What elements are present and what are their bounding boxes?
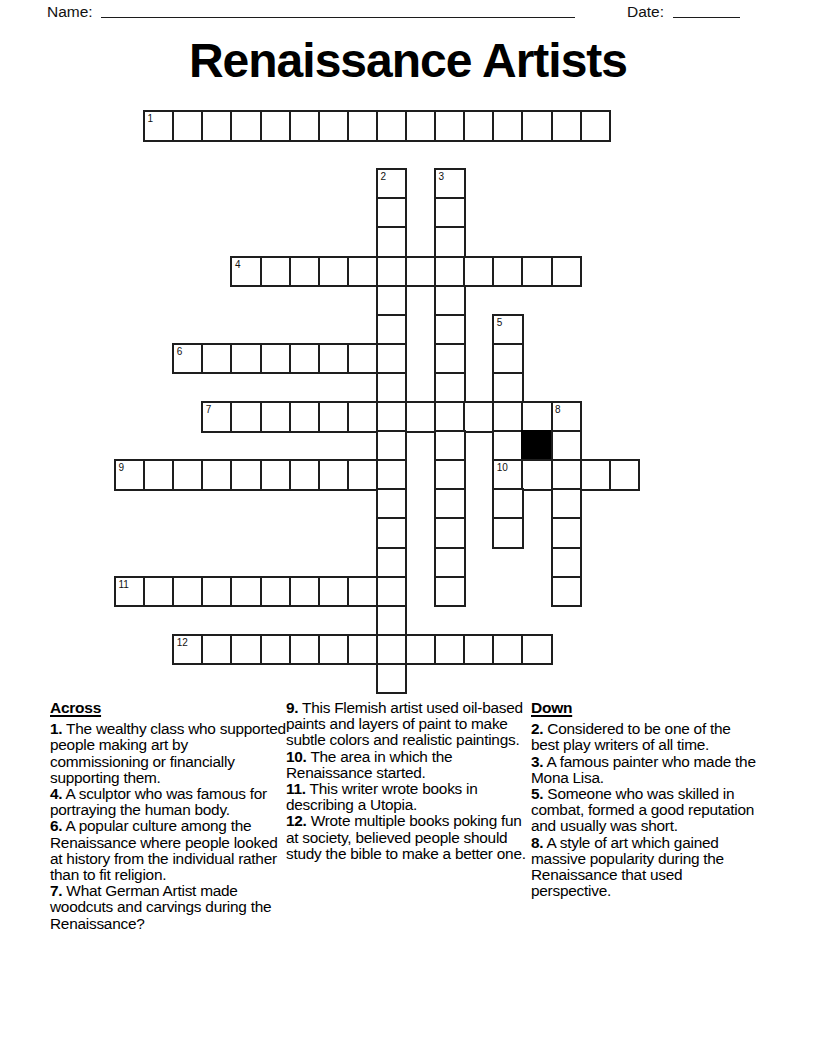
crossword-grid: 123456789101112 bbox=[114, 110, 641, 695]
grid-cell[interactable] bbox=[143, 459, 175, 491]
grid-cell[interactable] bbox=[376, 110, 408, 142]
grid-cell[interactable] bbox=[318, 256, 350, 288]
grid-cell[interactable] bbox=[405, 634, 437, 666]
cell-number-10: 10 bbox=[497, 463, 508, 473]
grid-cell[interactable] bbox=[492, 256, 524, 288]
grid-cell[interactable] bbox=[492, 488, 524, 520]
grid-cell[interactable] bbox=[347, 110, 379, 142]
grid-cell[interactable] bbox=[376, 343, 408, 375]
grid-cell[interactable] bbox=[580, 110, 612, 142]
grid-cell[interactable] bbox=[260, 634, 292, 666]
grid-cell[interactable] bbox=[376, 488, 408, 520]
grid-cell[interactable] bbox=[230, 401, 262, 433]
date-blank-line[interactable] bbox=[673, 3, 740, 18]
grid-cell[interactable] bbox=[463, 634, 495, 666]
cell-number-5: 5 bbox=[497, 318, 503, 328]
grid-cell[interactable] bbox=[289, 576, 321, 608]
grid-cell[interactable] bbox=[201, 343, 233, 375]
page-title: Renaissance Artists bbox=[0, 33, 816, 88]
across-clue-9: 9. This Flemish artist used oil-based pa… bbox=[286, 700, 526, 749]
across-clue-11: 11. This writer wrote books in describin… bbox=[286, 781, 526, 813]
grid-cell[interactable] bbox=[492, 517, 524, 549]
grid-cell[interactable] bbox=[376, 517, 408, 549]
clue-number: 8. bbox=[531, 834, 543, 851]
name-label: Name: bbox=[47, 3, 93, 21]
grid-cell[interactable] bbox=[551, 256, 583, 288]
cell-number-11: 11 bbox=[119, 580, 129, 590]
grid-cell[interactable] bbox=[492, 634, 524, 666]
grid-cell[interactable] bbox=[463, 110, 495, 142]
grid-cell[interactable] bbox=[347, 343, 379, 375]
down-clue-8: 8. A style of art which gained massive p… bbox=[531, 835, 761, 900]
across-clue-7: 7. What German Artist made woodcuts and … bbox=[50, 883, 290, 932]
down-heading: Down bbox=[531, 700, 761, 716]
grid-cell[interactable] bbox=[376, 576, 408, 608]
grid-cell[interactable] bbox=[289, 459, 321, 491]
grid-cell[interactable] bbox=[521, 256, 553, 288]
grid-cell[interactable] bbox=[434, 517, 466, 549]
grid-cell[interactable] bbox=[376, 605, 408, 637]
grid-cell[interactable] bbox=[434, 634, 466, 666]
name-blank-line[interactable] bbox=[101, 3, 575, 18]
grid-cell[interactable] bbox=[376, 256, 408, 288]
grid-cell[interactable] bbox=[376, 226, 408, 258]
grid-cell[interactable] bbox=[376, 663, 408, 695]
grid-cell[interactable] bbox=[492, 372, 524, 404]
grid-cell[interactable] bbox=[230, 343, 262, 375]
grid-cell[interactable] bbox=[201, 459, 233, 491]
grid-cell[interactable] bbox=[230, 634, 262, 666]
grid-cell[interactable] bbox=[521, 110, 553, 142]
clue-number: 2. bbox=[531, 720, 543, 737]
grid-cell[interactable] bbox=[434, 372, 466, 404]
grid-cell[interactable] bbox=[434, 197, 466, 229]
across-clue-6: 6. A popular culture among the Renaissan… bbox=[50, 818, 290, 883]
grid-cell[interactable] bbox=[318, 459, 350, 491]
grid-cell[interactable] bbox=[260, 459, 292, 491]
grid-cell[interactable] bbox=[434, 285, 466, 317]
down-clue-2: 2. Considered to be one of the best play… bbox=[531, 721, 761, 753]
cell-number-7: 7 bbox=[206, 405, 212, 415]
grid-cell[interactable] bbox=[434, 488, 466, 520]
grid-cell[interactable] bbox=[347, 634, 379, 666]
grid-cell[interactable] bbox=[318, 343, 350, 375]
worksheet-page: { "header": { "name_label": "Name:", "da… bbox=[0, 0, 816, 1056]
across-clues-list-2: 9. This Flemish artist used oil-based pa… bbox=[286, 700, 526, 862]
clues-column-down: Down 2. Considered to be one of the best… bbox=[531, 700, 761, 899]
clues-column-across-continued: 9. This Flemish artist used oil-based pa… bbox=[286, 700, 526, 862]
grid-cell[interactable] bbox=[551, 547, 583, 579]
across-clues-list-1: 1. The wealthy class who supported peopl… bbox=[50, 721, 290, 932]
cell-number-3: 3 bbox=[439, 172, 445, 182]
grid-cell[interactable] bbox=[260, 110, 292, 142]
clue-number: 5. bbox=[531, 785, 543, 802]
clues-column-across: Across 1. The wealthy class who supporte… bbox=[50, 700, 290, 932]
grid-cell[interactable] bbox=[405, 256, 437, 288]
grid-cell[interactable] bbox=[347, 401, 379, 433]
grid-cell[interactable] bbox=[463, 256, 495, 288]
clue-number: 11. bbox=[286, 780, 306, 797]
grid-cell[interactable] bbox=[434, 459, 466, 491]
grid-cell[interactable] bbox=[580, 459, 612, 491]
grid-cell[interactable] bbox=[376, 314, 408, 346]
grid-cell[interactable] bbox=[289, 401, 321, 433]
grid-cell[interactable] bbox=[609, 459, 641, 491]
clue-number: 7. bbox=[50, 882, 62, 899]
grid-cell[interactable] bbox=[230, 576, 262, 608]
across-clue-1: 1. The wealthy class who supported peopl… bbox=[50, 721, 290, 786]
clue-number: 9. bbox=[286, 699, 298, 716]
grid-cell[interactable] bbox=[230, 110, 262, 142]
grid-cell[interactable] bbox=[551, 110, 583, 142]
grid-cell[interactable] bbox=[172, 459, 204, 491]
grid-cell[interactable] bbox=[434, 226, 466, 258]
grid-cell[interactable] bbox=[551, 430, 583, 462]
grid-cell[interactable] bbox=[492, 110, 524, 142]
grid-cell[interactable] bbox=[347, 459, 379, 491]
grid-cell[interactable] bbox=[260, 401, 292, 433]
cell-number-9: 9 bbox=[119, 463, 125, 473]
across-clue-4: 4. A sculptor who was famous for portray… bbox=[50, 786, 290, 818]
grid-cell[interactable] bbox=[289, 110, 321, 142]
grid-cell[interactable] bbox=[434, 110, 466, 142]
across-clue-10: 10. The area in which the Renaissance st… bbox=[286, 749, 526, 781]
grid-cell[interactable] bbox=[521, 401, 553, 433]
grid-cell[interactable] bbox=[260, 576, 292, 608]
clue-number: 3. bbox=[531, 753, 543, 770]
grid-cell[interactable] bbox=[318, 401, 350, 433]
grid-cell[interactable] bbox=[376, 430, 408, 462]
grid-cell[interactable] bbox=[434, 576, 466, 608]
grid-cell[interactable] bbox=[376, 197, 408, 229]
grid-cell[interactable] bbox=[492, 401, 524, 433]
grid-cell[interactable] bbox=[492, 430, 524, 462]
clue-number: 12. bbox=[286, 812, 307, 829]
down-clue-5: 5. Someone who was skilled in combat, fo… bbox=[531, 786, 761, 835]
grid-cell[interactable] bbox=[434, 547, 466, 579]
grid-cell[interactable] bbox=[260, 343, 292, 375]
grid-cell[interactable] bbox=[260, 256, 292, 288]
cell-number-4: 4 bbox=[235, 260, 241, 270]
cell-number-1: 1 bbox=[148, 114, 154, 124]
grid-cell[interactable] bbox=[318, 634, 350, 666]
grid-cell[interactable] bbox=[551, 488, 583, 520]
grid-cell[interactable] bbox=[492, 343, 524, 375]
grid-cell[interactable] bbox=[521, 459, 553, 491]
grid-cell[interactable] bbox=[201, 576, 233, 608]
across-heading: Across bbox=[50, 700, 290, 716]
grid-cell[interactable] bbox=[521, 634, 553, 666]
cell-number-2: 2 bbox=[380, 172, 386, 182]
cell-number-8: 8 bbox=[555, 405, 561, 415]
grid-cell[interactable] bbox=[376, 285, 408, 317]
cell-number-6: 6 bbox=[177, 347, 183, 357]
down-clue-3: 3. A famous painter who made the Mona Li… bbox=[531, 754, 761, 786]
grid-cell[interactable] bbox=[172, 110, 204, 142]
grid-cell[interactable] bbox=[405, 110, 437, 142]
grid-cell[interactable] bbox=[201, 110, 233, 142]
grid-cell[interactable] bbox=[376, 401, 408, 433]
grid-cell[interactable] bbox=[172, 576, 204, 608]
grid-cell[interactable] bbox=[434, 401, 466, 433]
grid-cell[interactable] bbox=[376, 372, 408, 404]
grid-cell[interactable] bbox=[376, 459, 408, 491]
grid-cell[interactable] bbox=[551, 576, 583, 608]
grid-cell[interactable] bbox=[230, 459, 262, 491]
cell-number-12: 12 bbox=[177, 638, 188, 648]
grid-cell[interactable] bbox=[318, 110, 350, 142]
grid-cell[interactable] bbox=[434, 314, 466, 346]
clue-number: 10. bbox=[286, 748, 307, 765]
date-label: Date: bbox=[627, 3, 664, 21]
grid-cell[interactable] bbox=[434, 343, 466, 375]
down-clues-list: 2. Considered to be one of the best play… bbox=[531, 721, 761, 899]
grid-cell[interactable] bbox=[289, 634, 321, 666]
grid-cell[interactable] bbox=[434, 430, 466, 462]
clue-number: 4. bbox=[50, 785, 62, 802]
grid-cell[interactable] bbox=[143, 576, 175, 608]
grid-cell[interactable] bbox=[289, 343, 321, 375]
grid-cell[interactable] bbox=[551, 517, 583, 549]
grid-cell[interactable] bbox=[318, 576, 350, 608]
grid-cell[interactable] bbox=[376, 547, 408, 579]
grid-cell[interactable] bbox=[201, 634, 233, 666]
grid-cell[interactable] bbox=[289, 256, 321, 288]
black-cell bbox=[521, 430, 553, 462]
clue-number: 6. bbox=[50, 817, 62, 834]
grid-cell[interactable] bbox=[347, 576, 379, 608]
grid-cell[interactable] bbox=[376, 634, 408, 666]
grid-cell[interactable] bbox=[347, 256, 379, 288]
across-clue-12: 12. Wrote multiple books poking fun at s… bbox=[286, 813, 526, 862]
grid-cell[interactable] bbox=[405, 401, 437, 433]
grid-cell[interactable] bbox=[434, 256, 466, 288]
grid-cell[interactable] bbox=[551, 459, 583, 491]
grid-cell[interactable] bbox=[463, 401, 495, 433]
clue-number: 1. bbox=[50, 720, 62, 737]
